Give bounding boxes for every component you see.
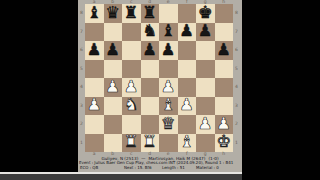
square-h6[interactable]: ♟ (215, 41, 234, 60)
rank-label-2: 2 (78, 115, 85, 134)
black-rook[interactable]: ♜ (142, 4, 157, 22)
square-e5[interactable] (159, 60, 178, 79)
square-f5[interactable] (178, 60, 197, 79)
chess-board: ♝♛♜♜♚♞♝♟♟♟♟♟♟♟♟♟♟♟♞♝♟♛♟♟♜♜♝♚ (85, 4, 233, 152)
square-d1[interactable]: ♜ (141, 134, 160, 153)
white-knight[interactable]: ♞ (124, 97, 139, 115)
white-rook[interactable]: ♜ (142, 134, 157, 152)
rank-label-4: 4 (78, 78, 85, 97)
square-g6[interactable] (196, 41, 215, 60)
square-b6[interactable]: ♟ (104, 41, 123, 60)
square-f8[interactable] (178, 4, 197, 23)
square-a4[interactable] (85, 78, 104, 97)
black-bishop[interactable]: ♝ (87, 4, 102, 22)
white-rook[interactable]: ♜ (124, 134, 139, 152)
rank-label-1: 1 (233, 134, 240, 153)
square-a8[interactable]: ♝ (85, 4, 104, 23)
square-g8[interactable]: ♚ (196, 4, 215, 23)
board-panel: abcdefgh 87654321 ♝♛♜♜♚♞♝♟♟♟♟♟♟♟♟♟♟♟♞♝♟♛… (78, 0, 242, 180)
square-d3[interactable] (141, 97, 160, 116)
square-f7[interactable]: ♟ (178, 23, 197, 42)
black-pawn[interactable]: ♟ (105, 41, 120, 59)
eco-stat: ECO : QB (80, 166, 98, 170)
square-b2[interactable] (104, 115, 123, 134)
rank-label-8: 8 (233, 4, 240, 23)
square-d8[interactable]: ♜ (141, 4, 160, 23)
white-pawn[interactable]: ♟ (198, 115, 213, 133)
square-d7[interactable]: ♞ (141, 23, 160, 42)
square-f4[interactable] (178, 78, 197, 97)
material-stat: Material : 0 (196, 166, 219, 170)
square-c2[interactable] (122, 115, 141, 134)
square-e8[interactable] (159, 4, 178, 23)
square-c1[interactable]: ♜ (122, 134, 141, 153)
black-pawn[interactable]: ♟ (161, 41, 176, 59)
white-bishop[interactable]: ♝ (179, 134, 194, 152)
next-move-stat: Next : 15. Bf6 (124, 166, 152, 170)
black-pawn[interactable]: ♟ (87, 41, 102, 59)
square-b3[interactable] (104, 97, 123, 116)
square-c7[interactable] (122, 23, 141, 42)
square-g5[interactable] (196, 60, 215, 79)
white-pawn[interactable]: ♟ (161, 78, 176, 96)
rank-label-3: 3 (78, 97, 85, 116)
black-rook[interactable]: ♜ (124, 4, 139, 22)
letterbox-left (0, 0, 78, 180)
black-bishop[interactable]: ♝ (161, 23, 176, 41)
square-c8[interactable]: ♜ (122, 4, 141, 23)
rank-label-8: 8 (78, 4, 85, 23)
square-e3[interactable]: ♝ (159, 97, 178, 116)
square-c3[interactable]: ♞ (122, 97, 141, 116)
square-a2[interactable] (85, 115, 104, 134)
square-a1[interactable] (85, 134, 104, 153)
square-h4[interactable] (215, 78, 234, 97)
rank-label-1: 1 (78, 134, 85, 153)
square-a7[interactable] (85, 23, 104, 42)
square-e6[interactable]: ♟ (159, 41, 178, 60)
square-g2[interactable]: ♟ (196, 115, 215, 134)
black-knight[interactable]: ♞ (142, 23, 157, 41)
white-pawn[interactable]: ♟ (179, 97, 194, 115)
rank-label-2: 2 (233, 115, 240, 134)
video-frame: abcdefgh 87654321 ♝♛♜♜♚♞♝♟♟♟♟♟♟♟♟♟♟♟♞♝♟♛… (0, 0, 320, 180)
white-bishop[interactable]: ♝ (161, 97, 176, 115)
square-e1[interactable] (159, 134, 178, 153)
square-g4[interactable] (196, 78, 215, 97)
square-h5[interactable] (215, 60, 234, 79)
square-e4[interactable]: ♟ (159, 78, 178, 97)
black-pawn[interactable]: ♟ (198, 23, 213, 41)
square-e7[interactable]: ♝ (159, 23, 178, 42)
black-pawn[interactable]: ♟ (216, 41, 231, 59)
square-h2[interactable]: ♟ (215, 115, 234, 134)
square-c4[interactable]: ♟ (122, 78, 141, 97)
square-h8[interactable] (215, 4, 234, 23)
square-d4[interactable] (141, 78, 160, 97)
square-b5[interactable] (104, 60, 123, 79)
square-f1[interactable]: ♝ (178, 134, 197, 153)
square-b4[interactable]: ♟ (104, 78, 123, 97)
rank-label-5: 5 (233, 60, 240, 79)
square-h3[interactable] (215, 97, 234, 116)
square-b8[interactable]: ♛ (104, 4, 123, 23)
rank-labels-right: 87654321 (233, 4, 240, 152)
black-king[interactable]: ♚ (198, 4, 213, 22)
square-g3[interactable] (196, 97, 215, 116)
square-e2[interactable]: ♛ (159, 115, 178, 134)
white-pawn[interactable]: ♟ (105, 78, 120, 96)
rank-label-5: 5 (78, 60, 85, 79)
square-h1[interactable]: ♚ (215, 134, 234, 153)
square-d2[interactable] (141, 115, 160, 134)
square-f3[interactable]: ♟ (178, 97, 197, 116)
rank-label-4: 4 (233, 78, 240, 97)
black-queen[interactable]: ♛ (105, 4, 120, 22)
rank-label-6: 6 (78, 41, 85, 60)
rank-label-7: 7 (78, 23, 85, 42)
white-pawn[interactable]: ♟ (124, 78, 139, 96)
square-g1[interactable] (196, 134, 215, 153)
square-d6[interactable]: ♟ (141, 41, 160, 60)
black-pawn[interactable]: ♟ (179, 23, 194, 41)
black-pawn[interactable]: ♟ (142, 41, 157, 59)
stats-line: ECO : QB Next : 15. Bf6 Length : 51 Mate… (78, 166, 242, 170)
square-f6[interactable] (178, 41, 197, 60)
rank-labels-left: 87654321 (78, 4, 85, 152)
rank-label-3: 3 (233, 97, 240, 116)
square-h7[interactable] (215, 23, 234, 42)
square-c5[interactable] (122, 60, 141, 79)
white-king[interactable]: ♚ (216, 134, 231, 152)
square-g7[interactable]: ♟ (196, 23, 215, 42)
square-b7[interactable] (104, 23, 123, 42)
white-pawn[interactable]: ♟ (216, 115, 231, 133)
white-pawn[interactable]: ♟ (87, 97, 102, 115)
square-d5[interactable] (141, 60, 160, 79)
square-b1[interactable] (104, 134, 123, 153)
square-a6[interactable]: ♟ (85, 41, 104, 60)
rank-label-6: 6 (233, 41, 240, 60)
square-c6[interactable] (122, 41, 141, 60)
square-f2[interactable] (178, 115, 197, 134)
white-queen[interactable]: ♛ (161, 115, 176, 133)
square-a5[interactable] (85, 60, 104, 79)
square-a3[interactable]: ♟ (85, 97, 104, 116)
length-stat: Length : 51 (162, 166, 185, 170)
letterbox-right (242, 0, 320, 180)
rank-label-7: 7 (233, 23, 240, 42)
